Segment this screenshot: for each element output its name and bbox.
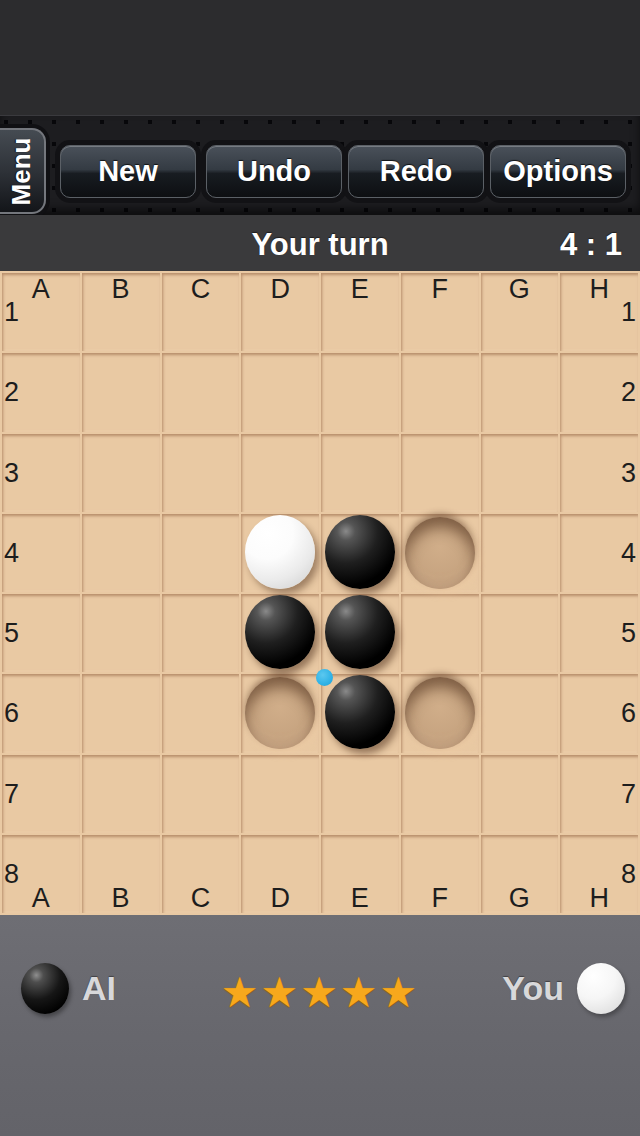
players-bar-row: AI ★★★★★ You — [0, 963, 640, 1023]
you-player: You — [502, 963, 625, 1014]
cell-E4[interactable] — [321, 514, 399, 592]
cell-G5[interactable] — [481, 594, 559, 672]
cell-A7[interactable] — [2, 755, 80, 833]
cell-F7[interactable] — [401, 755, 479, 833]
cell-E2[interactable] — [321, 353, 399, 431]
app-screen: Menu New Undo Redo Options Your turn 4 :… — [0, 0, 640, 1136]
legal-move-hint[interactable] — [245, 677, 315, 749]
new-button[interactable]: New — [60, 145, 196, 198]
options-button[interactable]: Options — [490, 145, 626, 198]
cell-E6[interactable] — [321, 674, 399, 752]
cell-D4[interactable] — [241, 514, 319, 592]
cell-A5[interactable] — [2, 594, 80, 672]
ai-player: AI — [21, 963, 116, 1014]
cell-G4[interactable] — [481, 514, 559, 592]
cell-C7[interactable] — [162, 755, 240, 833]
cell-D5[interactable] — [241, 594, 319, 672]
cell-F1[interactable] — [401, 273, 479, 351]
you-label: You — [502, 969, 564, 1008]
cell-H6[interactable] — [560, 674, 638, 752]
cell-C2[interactable] — [162, 353, 240, 431]
cell-H2[interactable] — [560, 353, 638, 431]
redo-button[interactable]: Redo — [348, 145, 484, 198]
cell-B6[interactable] — [82, 674, 160, 752]
cell-E1[interactable] — [321, 273, 399, 351]
cell-F3[interactable] — [401, 434, 479, 512]
toolbar: Menu New Undo Redo Options — [0, 115, 640, 215]
cell-B7[interactable] — [82, 755, 160, 833]
cell-E5[interactable] — [321, 594, 399, 672]
cell-H8[interactable] — [560, 835, 638, 913]
difficulty-stars: ★★★★★ — [221, 963, 419, 1023]
cell-E8[interactable] — [321, 835, 399, 913]
cell-A4[interactable] — [2, 514, 80, 592]
cell-C3[interactable] — [162, 434, 240, 512]
cell-F6[interactable] — [401, 674, 479, 752]
cell-G6[interactable] — [481, 674, 559, 752]
cell-F5[interactable] — [401, 594, 479, 672]
score-display: 4 : 1 — [560, 215, 622, 271]
black-disc — [325, 595, 395, 669]
cell-F2[interactable] — [401, 353, 479, 431]
cell-H1[interactable] — [560, 273, 638, 351]
players-bar: AI ★★★★★ You — [0, 915, 640, 1136]
cell-B4[interactable] — [82, 514, 160, 592]
cell-G1[interactable] — [481, 273, 559, 351]
cell-C6[interactable] — [162, 674, 240, 752]
cell-B3[interactable] — [82, 434, 160, 512]
cell-D2[interactable] — [241, 353, 319, 431]
last-move-marker — [316, 669, 333, 686]
cell-A3[interactable] — [2, 434, 80, 512]
cell-F4[interactable] — [401, 514, 479, 592]
difficulty: ★★★★★ — [221, 963, 419, 1023]
white-disc — [245, 515, 315, 589]
you-white-disc-icon — [577, 963, 625, 1014]
cell-H7[interactable] — [560, 755, 638, 833]
cell-G8[interactable] — [481, 835, 559, 913]
cell-D1[interactable] — [241, 273, 319, 351]
cell-F8[interactable] — [401, 835, 479, 913]
cell-C5[interactable] — [162, 594, 240, 672]
cell-C1[interactable] — [162, 273, 240, 351]
legal-move-hint[interactable] — [405, 677, 475, 749]
cell-B8[interactable] — [82, 835, 160, 913]
cell-B2[interactable] — [82, 353, 160, 431]
cell-B5[interactable] — [82, 594, 160, 672]
legal-move-hint[interactable] — [405, 517, 475, 589]
cell-G3[interactable] — [481, 434, 559, 512]
ai-label: AI — [82, 969, 116, 1008]
turn-indicator: Your turn — [0, 215, 640, 271]
cell-E7[interactable] — [321, 755, 399, 833]
cell-H4[interactable] — [560, 514, 638, 592]
cell-D6[interactable] — [241, 674, 319, 752]
top-header — [0, 0, 640, 115]
cell-C4[interactable] — [162, 514, 240, 592]
cell-G2[interactable] — [481, 353, 559, 431]
black-disc — [325, 675, 395, 749]
black-disc — [245, 595, 315, 669]
cell-B1[interactable] — [82, 273, 160, 351]
ai-black-disc-icon — [21, 963, 69, 1014]
menu-tab-label: Menu — [7, 137, 38, 205]
cell-A8[interactable] — [2, 835, 80, 913]
cell-H3[interactable] — [560, 434, 638, 512]
cell-D8[interactable] — [241, 835, 319, 913]
cell-E3[interactable] — [321, 434, 399, 512]
cell-C8[interactable] — [162, 835, 240, 913]
cell-A6[interactable] — [2, 674, 80, 752]
cell-D3[interactable] — [241, 434, 319, 512]
undo-button[interactable]: Undo — [206, 145, 342, 198]
menu-tab[interactable]: Menu — [0, 128, 46, 214]
cell-A2[interactable] — [2, 353, 80, 431]
cell-A1[interactable] — [2, 273, 80, 351]
board: AABBCCDDEEFFGGHH1122334455667788 — [0, 271, 640, 915]
cell-G7[interactable] — [481, 755, 559, 833]
black-disc — [325, 515, 395, 589]
cell-D7[interactable] — [241, 755, 319, 833]
status-bar: Your turn 4 : 1 — [0, 215, 640, 271]
cell-H5[interactable] — [560, 594, 638, 672]
